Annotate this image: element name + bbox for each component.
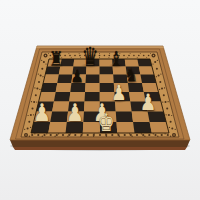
chess-piece-black-queen[interactable]: ♛ (82, 44, 99, 70)
chess-piece-white-pawn[interactable]: ♟ (66, 101, 84, 125)
square-f2[interactable] (116, 112, 133, 123)
square-f1[interactable] (116, 122, 134, 133)
chess-piece-white-king[interactable]: ♚ (97, 111, 114, 136)
square-b1[interactable] (48, 122, 67, 133)
square-h8[interactable] (137, 59, 152, 67)
chess-piece-black-pawn[interactable]: ♟ (70, 67, 83, 85)
square-h6[interactable] (140, 75, 156, 84)
board-front-edge (10, 140, 190, 150)
chess-piece-white-pawn[interactable]: ♟ (140, 92, 157, 115)
square-a6[interactable] (43, 75, 59, 84)
square-h1[interactable] (150, 122, 169, 133)
square-d6[interactable] (86, 75, 100, 84)
chess-piece-black-rook[interactable]: ♜ (49, 49, 64, 69)
square-d5[interactable] (85, 83, 100, 92)
chess-piece-white-pawn[interactable]: ♟ (33, 101, 51, 125)
square-b5[interactable] (56, 83, 72, 92)
photo-background: ♜♛♝♟♞♟♟♟♟♟♚ (0, 0, 200, 200)
square-h7[interactable] (139, 67, 154, 75)
square-g1[interactable] (133, 122, 152, 133)
square-a5[interactable] (41, 83, 57, 92)
chess-piece-white-pawn[interactable]: ♟ (111, 83, 126, 104)
chess-piece-black-bishop[interactable]: ♝ (109, 49, 123, 69)
